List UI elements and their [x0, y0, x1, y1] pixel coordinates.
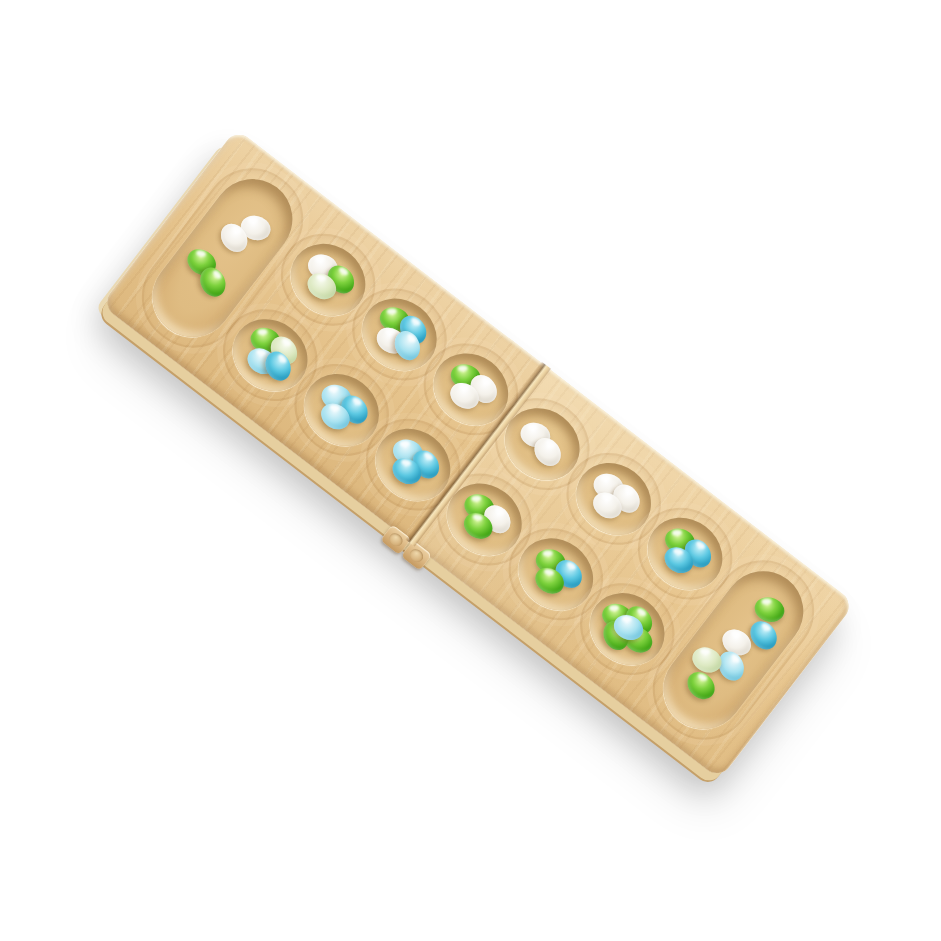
stone-blue — [745, 616, 782, 654]
photo-background — [0, 0, 941, 941]
stone-green — [682, 667, 720, 705]
mancala-board — [101, 129, 855, 780]
